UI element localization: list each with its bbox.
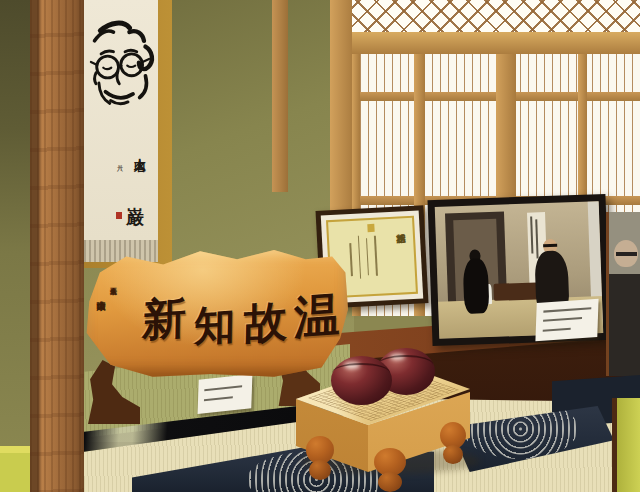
certificate-text-line <box>366 238 369 275</box>
alcove-caption-card <box>198 374 253 414</box>
plaque-character-2: 知 <box>193 297 235 355</box>
cushion-stack-right <box>612 398 640 492</box>
goban-leg-foot <box>309 460 330 480</box>
scroll-paper: 大山名人 巌 六月 <box>74 0 158 240</box>
window-beam <box>352 32 640 56</box>
goban-leg <box>306 436 334 480</box>
scroll-portrait-ink-drawing <box>80 2 160 148</box>
left-wall <box>0 0 34 460</box>
plaque-character-1: 新 <box>141 289 186 351</box>
go-bowl-left <box>331 356 392 405</box>
scroll-inscription: 大山名人 <box>126 148 146 244</box>
wall-post <box>272 0 288 192</box>
scroll-artist-mark: 巌 <box>126 205 144 229</box>
photo-player-left <box>463 258 490 314</box>
caption-text-line <box>205 385 243 391</box>
caption-text-line <box>204 396 232 401</box>
scroll-brocade-band <box>74 240 158 262</box>
red-seal-stamp <box>116 212 122 219</box>
diamond-lattice-transom <box>352 0 640 34</box>
goban-cell <box>450 389 458 392</box>
pillar-grain <box>30 0 84 492</box>
hanging-scroll: 大山名人 巌 六月 <box>70 0 172 268</box>
certificate-emblem <box>367 224 374 232</box>
goban-leg-foot <box>378 472 402 492</box>
certificate-text-line <box>349 243 352 276</box>
caption-card <box>535 299 598 342</box>
room-photo: 大山名人 巌 六月 感謝状 <box>0 0 640 492</box>
goban-leg <box>374 448 406 492</box>
caption-text-line <box>543 327 570 331</box>
caption-text-line <box>543 317 581 322</box>
certificate-text-line <box>374 236 378 276</box>
plaque-character-3: 故 <box>243 293 287 354</box>
window-post <box>330 0 354 238</box>
certificate-title: 感謝状 <box>393 226 406 227</box>
wood-plaque: 新 知 故 温 十五世名人 大山康晴 <box>84 246 348 378</box>
caption-text-line <box>544 308 591 313</box>
plaque-character-4: 温 <box>293 284 340 349</box>
portrait-glasses <box>616 252 637 256</box>
wood-pillar <box>30 0 84 492</box>
goban-leg-foot <box>443 445 463 464</box>
goban-leg <box>440 422 466 464</box>
portrait-robe <box>609 274 640 376</box>
portrait-photo <box>606 212 640 376</box>
photo-player-right-glasses <box>544 244 557 248</box>
certificate-text-line <box>357 235 361 278</box>
